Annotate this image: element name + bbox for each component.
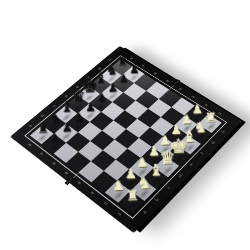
piece-black-pawn[interactable]: ♟ bbox=[129, 64, 140, 76]
file-coordinates-label: f bbox=[195, 147, 209, 160]
rank-coordinates-label: 6 bbox=[46, 157, 61, 169]
piece-white-pawn[interactable]: ♟ bbox=[112, 179, 124, 193]
piece-black-knight[interactable]: ♞ bbox=[48, 111, 61, 126]
piece-black-pawn[interactable]: ♟ bbox=[73, 111, 84, 123]
piece-white-pawn[interactable]: ♟ bbox=[136, 156, 148, 169]
rank-coordinates-label: 1 bbox=[111, 207, 128, 221]
file-coordinates-label: g bbox=[206, 136, 220, 149]
file-coordinates-label: c bbox=[161, 181, 176, 195]
piece-black-pawn[interactable]: ♟ bbox=[118, 73, 129, 85]
board-squares: ♜♞♝♛♚♝♞♜♟♟♟♟♟♟♟♟♟♟♟♟♟♟♟♟♜♞♝♛♚♝♞♜abcdefgh… bbox=[30, 59, 222, 214]
piece-black-pawn[interactable]: ♟ bbox=[49, 132, 61, 145]
piece-white-pawn[interactable]: ♟ bbox=[148, 145, 160, 158]
file-coordinates-label: b bbox=[149, 193, 164, 208]
rank-coordinates-label: 3 bbox=[84, 187, 100, 200]
rank-coordinates-label: 8 bbox=[23, 139, 38, 151]
rank-coordinates-label: 6 bbox=[148, 69, 163, 79]
chess-board-frame: ♜♞♝♛♚♝♞♜♟♟♟♟♟♟♟♟♟♟♟♟♟♟♟♟♜♞♝♛♚♝♞♜abcdefgh… bbox=[10, 46, 241, 233]
piece-white-pawn[interactable]: ♟ bbox=[124, 168, 136, 181]
piece-black-pawn[interactable]: ♟ bbox=[61, 121, 72, 134]
piece-black-pawn[interactable]: ♟ bbox=[85, 101, 96, 113]
piece-black-bishop[interactable]: ♝ bbox=[60, 100, 74, 115]
file-coordinates-label: h bbox=[216, 126, 230, 139]
piece-black-pawn[interactable]: ♟ bbox=[96, 92, 107, 104]
hinge-icon bbox=[172, 79, 180, 86]
board-3d-wrapper: ♜♞♝♛♚♝♞♜♟♟♟♟♟♟♟♟♟♟♟♟♟♟♟♟♜♞♝♛♚♝♞♜abcdefgh… bbox=[10, 46, 241, 233]
rank-coordinates-label: 7 bbox=[34, 148, 49, 160]
piece-black-rook[interactable]: ♜ bbox=[116, 55, 127, 68]
piece-white-knight[interactable]: ♞ bbox=[137, 175, 151, 191]
piece-black-pawn[interactable]: ♟ bbox=[107, 82, 118, 94]
piece-black-rook[interactable]: ♜ bbox=[36, 122, 48, 136]
piece-white-pawn[interactable]: ♟ bbox=[181, 113, 192, 126]
hinge-icon bbox=[65, 177, 75, 186]
file-coordinates-label: a bbox=[137, 205, 153, 220]
rank-coordinates-label: 2 bbox=[97, 197, 114, 210]
piece-white-rook[interactable]: ♜ bbox=[125, 188, 138, 203]
piece-white-pawn[interactable]: ♟ bbox=[191, 103, 202, 115]
file-coordinates-label: d bbox=[173, 169, 188, 183]
file-coordinates-label: e bbox=[184, 158, 198, 172]
